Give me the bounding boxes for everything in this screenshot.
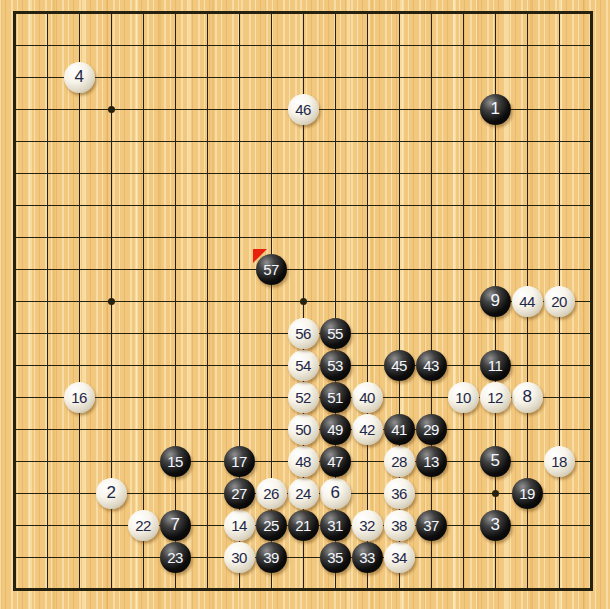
stone-white-44: 44 [512,286,543,317]
stone-white-4: 4 [64,62,95,93]
stone-black-47: 47 [320,446,351,477]
go-board[interactable]: 1234567891011121314151617181920212223242… [0,0,610,609]
stone-white-54: 54 [288,350,319,381]
stone-black-27: 27 [224,478,255,509]
stone-black-19: 19 [512,478,543,509]
stone-white-26: 26 [256,478,287,509]
stone-black-23: 23 [160,542,191,573]
stone-white-50: 50 [288,414,319,445]
stone-black-33: 33 [352,542,383,573]
stone-black-1: 1 [480,94,511,125]
stone-black-29: 29 [416,414,447,445]
stone-white-34: 34 [384,542,415,573]
stone-white-32: 32 [352,510,383,541]
stone-black-21: 21 [288,510,319,541]
stone-white-48: 48 [288,446,319,477]
stone-black-3: 3 [480,510,511,541]
stone-white-12: 12 [480,382,511,413]
stone-black-51: 51 [320,382,351,413]
stone-black-5: 5 [480,446,511,477]
stone-black-57: 57 [256,254,287,285]
stone-white-24: 24 [288,478,319,509]
stone-black-15: 15 [160,446,191,477]
stone-white-2: 2 [96,478,127,509]
stone-white-16: 16 [64,382,95,413]
stone-black-45: 45 [384,350,415,381]
stone-white-8: 8 [512,382,543,413]
stone-black-37: 37 [416,510,447,541]
stone-white-38: 38 [384,510,415,541]
stone-black-31: 31 [320,510,351,541]
star-point-K10 [300,298,307,305]
stone-black-41: 41 [384,414,415,445]
stone-white-36: 36 [384,478,415,509]
stone-white-30: 30 [224,542,255,573]
stone-white-46: 46 [288,94,319,125]
stone-black-9: 9 [480,286,511,317]
stone-white-14: 14 [224,510,255,541]
stone-white-20: 20 [544,286,575,317]
stone-white-28: 28 [384,446,415,477]
stone-black-43: 43 [416,350,447,381]
stone-black-35: 35 [320,542,351,573]
star-point-D16 [108,106,115,113]
stone-black-25: 25 [256,510,287,541]
stone-white-6: 6 [320,478,351,509]
star-point-D10 [108,298,115,305]
stone-white-10: 10 [448,382,479,413]
stone-black-55: 55 [320,318,351,349]
stone-black-13: 13 [416,446,447,477]
stone-black-39: 39 [256,542,287,573]
stone-white-42: 42 [352,414,383,445]
stone-black-53: 53 [320,350,351,381]
stone-black-7: 7 [160,510,191,541]
stone-black-49: 49 [320,414,351,445]
stone-black-17: 17 [224,446,255,477]
stone-black-11: 11 [480,350,511,381]
stone-white-52: 52 [288,382,319,413]
stone-white-18: 18 [544,446,575,477]
stone-white-40: 40 [352,382,383,413]
stone-white-56: 56 [288,318,319,349]
stone-white-22: 22 [128,510,159,541]
star-point-Q4 [492,490,499,497]
